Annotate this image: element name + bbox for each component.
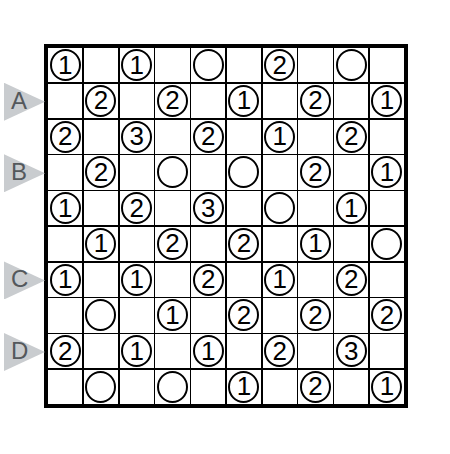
- cell-r10c10[interactable]: 1: [370, 370, 404, 404]
- clue-circle: 1: [193, 335, 224, 367]
- cell-r4c5[interactable]: [191, 155, 225, 189]
- clue-circle: 2: [336, 264, 367, 296]
- cell-r7c9[interactable]: 2: [334, 263, 368, 297]
- clue-circle: 2: [193, 264, 224, 296]
- cell-r6c6[interactable]: 2: [227, 227, 261, 261]
- cell-r3c6[interactable]: [227, 120, 261, 154]
- cell-r9c7[interactable]: 2: [263, 334, 297, 368]
- cell-r1c5[interactable]: [191, 48, 225, 82]
- clue-circle: 1: [264, 264, 295, 296]
- empty-clue-circle: [371, 228, 402, 260]
- row-marker-label: C: [11, 265, 28, 293]
- clue-circle: 1: [371, 85, 402, 117]
- cell-r9c3[interactable]: 1: [120, 334, 154, 368]
- cell-r8c2[interactable]: [84, 298, 118, 332]
- cell-r9c1[interactable]: 2: [48, 334, 82, 368]
- cell-r4c3[interactable]: [120, 155, 154, 189]
- cell-r8c4[interactable]: 1: [155, 298, 189, 332]
- cell-r3c2[interactable]: [84, 120, 118, 154]
- cell-r10c1[interactable]: [48, 370, 82, 404]
- cell-r2c4[interactable]: 2: [155, 84, 189, 118]
- clue-circle: 2: [157, 228, 188, 260]
- cell-r7c3[interactable]: 1: [120, 263, 154, 297]
- clue-circle: 2: [300, 85, 331, 117]
- clue-circle: 2: [300, 299, 331, 331]
- cell-r6c4[interactable]: 2: [155, 227, 189, 261]
- clue-circle: 2: [336, 121, 367, 153]
- clue-circle: 2: [300, 156, 331, 188]
- cell-r3c1[interactable]: 2: [48, 120, 82, 154]
- cell-r6c9[interactable]: [334, 227, 368, 261]
- clue-circle: 1: [336, 192, 367, 224]
- cell-r3c10[interactable]: [370, 120, 404, 154]
- cell-r6c10[interactable]: [370, 227, 404, 261]
- clue-circle: 2: [50, 335, 81, 367]
- clue-circle: 2: [85, 85, 116, 117]
- cell-r2c1[interactable]: [48, 84, 82, 118]
- clue-circle: 1: [121, 335, 152, 367]
- cell-r3c7[interactable]: 1: [263, 120, 297, 154]
- clue-circle: 1: [50, 264, 81, 296]
- clue-circle: 2: [264, 49, 295, 81]
- cell-r7c6[interactable]: [227, 263, 261, 297]
- cell-r2c8[interactable]: 2: [298, 84, 332, 118]
- cell-r1c4[interactable]: [155, 48, 189, 82]
- cell-r1c8[interactable]: [298, 48, 332, 82]
- cell-r7c5[interactable]: 2: [191, 263, 225, 297]
- cell-r5c5[interactable]: 3: [191, 191, 225, 225]
- clue-circle: 1: [264, 121, 295, 153]
- cell-r7c4[interactable]: [155, 263, 189, 297]
- cell-r1c7[interactable]: 2: [263, 48, 297, 82]
- cell-r9c8[interactable]: [298, 334, 332, 368]
- cell-r4c9[interactable]: [334, 155, 368, 189]
- cell-r4c10[interactable]: 1: [370, 155, 404, 189]
- cell-r2c9[interactable]: [334, 84, 368, 118]
- cell-r7c8[interactable]: [298, 263, 332, 297]
- cell-r10c7[interactable]: [263, 370, 297, 404]
- cell-r9c2[interactable]: [84, 334, 118, 368]
- row-marker-label: A: [11, 87, 27, 115]
- row-marker-a: A: [4, 83, 45, 121]
- cell-r8c1[interactable]: [48, 298, 82, 332]
- cell-r1c9[interactable]: [334, 48, 368, 82]
- empty-clue-circle: [85, 299, 116, 331]
- cell-r5c6[interactable]: [227, 191, 261, 225]
- cell-r9c5[interactable]: 1: [191, 334, 225, 368]
- clue-circle: 1: [228, 85, 259, 117]
- cell-r6c5[interactable]: [191, 227, 225, 261]
- empty-clue-circle: [228, 156, 259, 188]
- clue-circle: 1: [300, 228, 331, 260]
- cell-r8c3[interactable]: [120, 298, 154, 332]
- row-marker-label: B: [11, 158, 27, 186]
- cell-r9c10[interactable]: [370, 334, 404, 368]
- clue-circle: 1: [371, 371, 402, 403]
- clue-circle: 2: [371, 299, 402, 331]
- cell-r8c8[interactable]: 2: [298, 298, 332, 332]
- clue-circle: 2: [300, 371, 331, 403]
- puzzle-grid: 1122212123212221123112211121212222112312…: [44, 44, 408, 408]
- cell-r6c8[interactable]: 1: [298, 227, 332, 261]
- cell-r5c10[interactable]: [370, 191, 404, 225]
- cell-r5c2[interactable]: [84, 191, 118, 225]
- cell-r5c3[interactable]: 2: [120, 191, 154, 225]
- empty-clue-circle: [264, 192, 295, 224]
- cell-r4c8[interactable]: 2: [298, 155, 332, 189]
- cell-r10c8[interactable]: 2: [298, 370, 332, 404]
- cell-r8c9[interactable]: [334, 298, 368, 332]
- cell-r4c2[interactable]: 2: [84, 155, 118, 189]
- row-marker-b: B: [4, 154, 45, 192]
- cell-r5c9[interactable]: 1: [334, 191, 368, 225]
- clue-circle: 3: [121, 121, 152, 153]
- cell-r10c4[interactable]: [155, 370, 189, 404]
- cell-r1c6[interactable]: [227, 48, 261, 82]
- cell-r1c10[interactable]: [370, 48, 404, 82]
- cell-r8c10[interactable]: 2: [370, 298, 404, 332]
- clue-circle: 1: [371, 156, 402, 188]
- empty-clue-circle: [85, 371, 116, 403]
- clue-circle: 1: [121, 49, 152, 81]
- clue-circle: 1: [157, 299, 188, 331]
- clue-circle: 1: [50, 192, 81, 224]
- cell-r3c9[interactable]: 2: [334, 120, 368, 154]
- empty-clue-circle: [157, 156, 188, 188]
- empty-clue-circle: [157, 371, 188, 403]
- clue-circle: 2: [85, 156, 116, 188]
- cell-r6c1[interactable]: [48, 227, 82, 261]
- cell-r4c6[interactable]: [227, 155, 261, 189]
- empty-clue-circle: [336, 49, 367, 81]
- cell-r2c7[interactable]: [263, 84, 297, 118]
- cell-r8c7[interactable]: [263, 298, 297, 332]
- empty-clue-circle: [193, 49, 224, 81]
- row-marker-c: C: [4, 261, 45, 299]
- cell-r10c9[interactable]: [334, 370, 368, 404]
- cell-r7c2[interactable]: [84, 263, 118, 297]
- clue-circle: 2: [193, 121, 224, 153]
- cell-r2c2[interactable]: 2: [84, 84, 118, 118]
- row-marker-label: D: [11, 337, 28, 365]
- clue-circle: 1: [228, 371, 259, 403]
- cell-r10c3[interactable]: [120, 370, 154, 404]
- cell-r1c1[interactable]: 1: [48, 48, 82, 82]
- cell-r8c5[interactable]: [191, 298, 225, 332]
- cell-r10c5[interactable]: [191, 370, 225, 404]
- cell-r10c2[interactable]: [84, 370, 118, 404]
- cell-r7c1[interactable]: 1: [48, 263, 82, 297]
- cell-r4c1[interactable]: [48, 155, 82, 189]
- cell-r9c6[interactable]: [227, 334, 261, 368]
- clue-circle: 3: [193, 192, 224, 224]
- cell-r6c3[interactable]: [120, 227, 154, 261]
- clue-circle: 2: [264, 335, 295, 367]
- cell-r1c2[interactable]: [84, 48, 118, 82]
- clue-circle: 2: [121, 192, 152, 224]
- cell-r5c1[interactable]: 1: [48, 191, 82, 225]
- cell-r9c4[interactable]: [155, 334, 189, 368]
- cell-r7c7[interactable]: 1: [263, 263, 297, 297]
- cell-r7c10[interactable]: [370, 263, 404, 297]
- row-marker-d: D: [4, 333, 45, 371]
- cell-r6c2[interactable]: 1: [84, 227, 118, 261]
- cell-r2c3[interactable]: [120, 84, 154, 118]
- cell-r5c4[interactable]: [155, 191, 189, 225]
- cell-r4c7[interactable]: [263, 155, 297, 189]
- cell-r8c6[interactable]: 2: [227, 298, 261, 332]
- clue-circle: 2: [157, 85, 188, 117]
- cell-r2c6[interactable]: 1: [227, 84, 261, 118]
- cell-r9c9[interactable]: 3: [334, 334, 368, 368]
- clue-circle: 2: [228, 299, 259, 331]
- cell-r5c7[interactable]: [263, 191, 297, 225]
- clue-circle: 1: [85, 228, 116, 260]
- clue-circle: 2: [228, 228, 259, 260]
- cell-r5c8[interactable]: [298, 191, 332, 225]
- cell-r3c3[interactable]: 3: [120, 120, 154, 154]
- cell-r4c4[interactable]: [155, 155, 189, 189]
- clue-circle: 2: [50, 121, 81, 153]
- cell-r6c7[interactable]: [263, 227, 297, 261]
- puzzle-canvas: 1122212123212221123112211121212222112312…: [0, 0, 450, 454]
- cell-r1c3[interactable]: 1: [120, 48, 154, 82]
- cell-r2c5[interactable]: [191, 84, 225, 118]
- cell-r3c4[interactable]: [155, 120, 189, 154]
- cell-r10c6[interactable]: 1: [227, 370, 261, 404]
- clue-circle: 3: [336, 335, 367, 367]
- cell-r3c5[interactable]: 2: [191, 120, 225, 154]
- clue-circle: 1: [50, 49, 81, 81]
- cell-r3c8[interactable]: [298, 120, 332, 154]
- cell-r2c10[interactable]: 1: [370, 84, 404, 118]
- clue-circle: 1: [121, 264, 152, 296]
